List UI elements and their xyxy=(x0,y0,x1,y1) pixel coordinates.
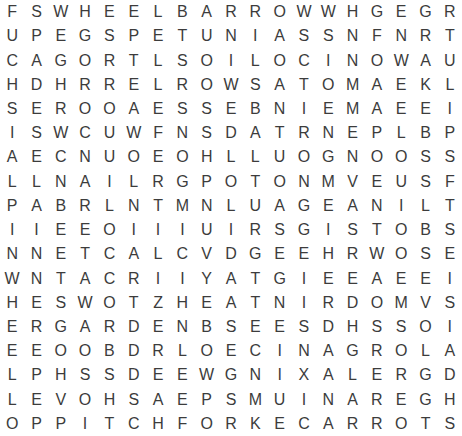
grid-cell[interactable]: I xyxy=(438,315,462,339)
grid-cell[interactable]: I xyxy=(292,291,316,315)
grid-cell[interactable]: T xyxy=(243,170,267,194)
grid-cell[interactable]: W xyxy=(195,363,219,387)
grid-cell[interactable]: R xyxy=(146,170,170,194)
grid-cell[interactable]: S xyxy=(97,363,121,387)
grid-cell[interactable]: U xyxy=(195,218,219,242)
grid-cell[interactable]: R xyxy=(146,339,170,363)
grid-cell[interactable]: I xyxy=(0,218,24,242)
grid-cell[interactable]: N xyxy=(73,145,97,169)
grid-cell[interactable]: S xyxy=(413,145,437,169)
grid-cell[interactable]: I xyxy=(97,170,121,194)
grid-cell[interactable]: T xyxy=(413,412,437,436)
grid-cell[interactable]: L xyxy=(24,170,48,194)
grid-cell[interactable]: T xyxy=(243,291,267,315)
grid-cell[interactable]: H xyxy=(170,291,194,315)
grid-cell[interactable]: T xyxy=(49,266,73,290)
grid-cell[interactable]: G xyxy=(413,0,437,24)
grid-cell[interactable]: K xyxy=(413,73,437,97)
grid-cell[interactable]: H xyxy=(0,73,24,97)
grid-cell[interactable]: N xyxy=(243,363,267,387)
grid-cell[interactable]: E xyxy=(292,242,316,266)
grid-cell[interactable]: P xyxy=(122,24,146,48)
grid-cell[interactable]: E xyxy=(49,218,73,242)
grid-cell[interactable]: G xyxy=(73,24,97,48)
grid-cell[interactable]: O xyxy=(267,48,291,72)
grid-cell[interactable]: S xyxy=(219,388,243,412)
grid-cell[interactable]: E xyxy=(146,315,170,339)
grid-cell[interactable]: G xyxy=(413,363,437,387)
grid-cell[interactable]: E xyxy=(146,97,170,121)
grid-cell[interactable]: V xyxy=(195,242,219,266)
grid-cell[interactable]: O xyxy=(413,315,437,339)
grid-cell[interactable]: A xyxy=(73,170,97,194)
grid-cell[interactable]: I xyxy=(243,24,267,48)
grid-cell[interactable]: O xyxy=(122,145,146,169)
grid-cell[interactable]: S xyxy=(170,97,194,121)
grid-cell[interactable]: R xyxy=(243,218,267,242)
grid-cell[interactable]: A xyxy=(316,363,340,387)
grid-cell[interactable]: E xyxy=(170,388,194,412)
grid-cell[interactable]: W xyxy=(122,121,146,145)
grid-cell[interactable]: D xyxy=(122,315,146,339)
grid-cell[interactable]: P xyxy=(365,121,389,145)
grid-cell[interactable]: A xyxy=(365,97,389,121)
grid-cell[interactable]: E xyxy=(0,339,24,363)
grid-cell[interactable]: M xyxy=(389,291,413,315)
grid-cell[interactable]: U xyxy=(97,145,121,169)
grid-cell[interactable]: M xyxy=(170,194,194,218)
grid-cell[interactable]: A xyxy=(24,48,48,72)
grid-cell[interactable]: P xyxy=(438,121,462,145)
grid-cell[interactable]: S xyxy=(0,97,24,121)
grid-cell[interactable]: A xyxy=(316,412,340,436)
grid-cell[interactable]: C xyxy=(97,266,121,290)
grid-cell[interactable]: R xyxy=(49,97,73,121)
grid-cell[interactable]: O xyxy=(195,73,219,97)
grid-cell[interactable]: T xyxy=(122,48,146,72)
grid-cell[interactable]: O xyxy=(219,170,243,194)
grid-cell[interactable]: I xyxy=(267,363,291,387)
grid-cell[interactable]: O xyxy=(97,291,121,315)
grid-cell[interactable]: G xyxy=(316,145,340,169)
grid-cell[interactable]: E xyxy=(316,194,340,218)
grid-cell[interactable]: O xyxy=(389,242,413,266)
grid-cell[interactable]: E xyxy=(340,121,364,145)
grid-cell[interactable]: N xyxy=(340,145,364,169)
grid-cell[interactable]: I xyxy=(438,266,462,290)
grid-cell[interactable]: E xyxy=(122,0,146,24)
grid-cell[interactable]: C xyxy=(292,48,316,72)
grid-cell[interactable]: B xyxy=(243,97,267,121)
grid-cell[interactable]: I xyxy=(219,48,243,72)
grid-cell[interactable]: S xyxy=(122,388,146,412)
grid-cell[interactable]: I xyxy=(316,48,340,72)
grid-cell[interactable]: L xyxy=(170,339,194,363)
grid-cell[interactable]: E xyxy=(122,73,146,97)
grid-cell[interactable]: G xyxy=(340,339,364,363)
grid-cell[interactable]: S xyxy=(195,97,219,121)
grid-cell[interactable]: I xyxy=(24,218,48,242)
grid-cell[interactable]: E xyxy=(97,0,121,24)
grid-cell[interactable]: B xyxy=(413,121,437,145)
grid-cell[interactable]: U xyxy=(267,145,291,169)
grid-cell[interactable]: S xyxy=(316,24,340,48)
grid-cell[interactable]: S xyxy=(413,242,437,266)
grid-cell[interactable]: S xyxy=(24,0,48,24)
grid-cell[interactable]: O xyxy=(195,48,219,72)
grid-cell[interactable]: A xyxy=(219,266,243,290)
grid-cell[interactable]: A xyxy=(365,266,389,290)
grid-cell[interactable]: E xyxy=(413,97,437,121)
grid-cell[interactable]: E xyxy=(146,145,170,169)
grid-cell[interactable]: D xyxy=(340,291,364,315)
grid-cell[interactable]: S xyxy=(438,412,462,436)
grid-cell[interactable]: D xyxy=(219,242,243,266)
grid-cell[interactable]: U xyxy=(0,24,24,48)
grid-cell[interactable]: P xyxy=(24,412,48,436)
grid-cell[interactable]: I xyxy=(146,218,170,242)
grid-cell[interactable]: S xyxy=(340,218,364,242)
grid-cell[interactable]: R xyxy=(219,412,243,436)
grid-cell[interactable]: A xyxy=(340,388,364,412)
grid-cell[interactable]: W xyxy=(49,0,73,24)
grid-cell[interactable]: B xyxy=(413,218,437,242)
grid-cell[interactable]: W xyxy=(389,48,413,72)
grid-cell[interactable]: N xyxy=(267,97,291,121)
grid-cell[interactable]: K xyxy=(243,412,267,436)
grid-cell[interactable]: D xyxy=(24,73,48,97)
grid-cell[interactable]: L xyxy=(219,145,243,169)
grid-cell[interactable]: H xyxy=(97,388,121,412)
grid-cell[interactable]: X xyxy=(292,363,316,387)
grid-cell[interactable]: E xyxy=(389,97,413,121)
grid-cell[interactable]: F xyxy=(365,24,389,48)
grid-cell[interactable]: E xyxy=(73,218,97,242)
grid-cell[interactable]: U xyxy=(389,170,413,194)
grid-cell[interactable]: W xyxy=(365,242,389,266)
grid-cell[interactable]: A xyxy=(243,121,267,145)
grid-cell[interactable]: A xyxy=(219,291,243,315)
grid-cell[interactable]: I xyxy=(316,218,340,242)
grid-cell[interactable]: C xyxy=(49,145,73,169)
grid-cell[interactable]: L xyxy=(438,73,462,97)
grid-cell[interactable]: D xyxy=(438,363,462,387)
grid-cell[interactable]: S xyxy=(243,73,267,97)
grid-cell[interactable]: N xyxy=(267,291,291,315)
grid-cell[interactable]: D xyxy=(122,339,146,363)
grid-cell[interactable]: E xyxy=(24,339,48,363)
grid-cell[interactable]: T xyxy=(438,194,462,218)
grid-cell[interactable]: E xyxy=(389,266,413,290)
grid-cell[interactable]: G xyxy=(292,218,316,242)
grid-cell[interactable]: P xyxy=(24,24,48,48)
grid-cell[interactable]: E xyxy=(389,388,413,412)
grid-cell[interactable]: N xyxy=(49,170,73,194)
grid-cell[interactable]: H xyxy=(0,291,24,315)
grid-cell[interactable]: O xyxy=(389,145,413,169)
grid-cell[interactable]: L xyxy=(413,339,437,363)
grid-cell[interactable]: C xyxy=(97,242,121,266)
grid-cell[interactable]: R xyxy=(97,73,121,97)
grid-cell[interactable]: P xyxy=(0,194,24,218)
grid-cell[interactable]: A xyxy=(413,48,437,72)
grid-cell[interactable]: R xyxy=(122,266,146,290)
grid-cell[interactable]: I xyxy=(292,266,316,290)
grid-cell[interactable]: I xyxy=(292,388,316,412)
grid-cell[interactable]: I xyxy=(170,266,194,290)
grid-cell[interactable]: H xyxy=(316,242,340,266)
grid-cell[interactable]: H xyxy=(146,412,170,436)
grid-cell[interactable]: T xyxy=(170,24,194,48)
grid-cell[interactable]: G xyxy=(49,315,73,339)
grid-cell[interactable]: M xyxy=(340,73,364,97)
grid-cell[interactable]: E xyxy=(24,388,48,412)
grid-cell[interactable]: A xyxy=(365,73,389,97)
grid-cell[interactable]: E xyxy=(170,363,194,387)
grid-cell[interactable]: L xyxy=(413,194,437,218)
grid-cell[interactable]: L xyxy=(146,0,170,24)
grid-cell[interactable]: S xyxy=(49,291,73,315)
grid-cell[interactable]: T xyxy=(146,194,170,218)
grid-cell[interactable]: R xyxy=(97,48,121,72)
grid-cell[interactable]: I xyxy=(146,266,170,290)
grid-cell[interactable]: L xyxy=(146,242,170,266)
grid-cell[interactable]: A xyxy=(24,194,48,218)
grid-cell[interactable]: A xyxy=(316,339,340,363)
grid-cell[interactable]: I xyxy=(267,339,291,363)
grid-cell[interactable]: E xyxy=(49,24,73,48)
grid-cell[interactable]: O xyxy=(73,97,97,121)
grid-cell[interactable]: E xyxy=(267,242,291,266)
grid-cell[interactable]: N xyxy=(340,48,364,72)
grid-cell[interactable]: A xyxy=(195,0,219,24)
grid-cell[interactable]: E xyxy=(146,24,170,48)
grid-cell[interactable]: S xyxy=(97,24,121,48)
grid-cell[interactable]: R xyxy=(365,388,389,412)
grid-cell[interactable]: E xyxy=(316,97,340,121)
grid-cell[interactable]: O xyxy=(195,339,219,363)
grid-cell[interactable]: L xyxy=(243,48,267,72)
grid-cell[interactable]: S xyxy=(438,291,462,315)
grid-cell[interactable]: R xyxy=(438,0,462,24)
grid-cell[interactable]: O xyxy=(73,339,97,363)
grid-cell[interactable]: I xyxy=(122,218,146,242)
grid-cell[interactable]: N xyxy=(195,194,219,218)
grid-cell[interactable]: H xyxy=(73,0,97,24)
grid-cell[interactable]: S xyxy=(438,218,462,242)
grid-cell[interactable]: N xyxy=(340,24,364,48)
grid-cell[interactable]: R xyxy=(316,291,340,315)
grid-cell[interactable]: O xyxy=(195,412,219,436)
grid-cell[interactable]: R xyxy=(292,121,316,145)
grid-cell[interactable]: E xyxy=(24,97,48,121)
grid-cell[interactable]: H xyxy=(49,363,73,387)
grid-cell[interactable]: S xyxy=(365,315,389,339)
grid-cell[interactable]: N xyxy=(292,339,316,363)
grid-cell[interactable]: O xyxy=(73,388,97,412)
grid-cell[interactable]: U xyxy=(438,48,462,72)
grid-cell[interactable]: O xyxy=(97,218,121,242)
grid-cell[interactable]: H xyxy=(340,315,364,339)
grid-cell[interactable]: E xyxy=(243,315,267,339)
grid-cell[interactable]: R xyxy=(389,363,413,387)
grid-cell[interactable]: D xyxy=(122,363,146,387)
grid-cell[interactable]: M xyxy=(243,388,267,412)
grid-cell[interactable]: O xyxy=(267,170,291,194)
grid-cell[interactable]: B xyxy=(97,339,121,363)
grid-cell[interactable]: A xyxy=(0,145,24,169)
grid-cell[interactable]: E xyxy=(438,242,462,266)
grid-cell[interactable]: F xyxy=(0,0,24,24)
grid-cell[interactable]: S xyxy=(73,363,97,387)
grid-cell[interactable]: P xyxy=(49,412,73,436)
grid-cell[interactable]: R xyxy=(73,73,97,97)
grid-cell[interactable]: A xyxy=(267,194,291,218)
grid-cell[interactable]: W xyxy=(292,0,316,24)
grid-cell[interactable]: L xyxy=(0,363,24,387)
grid-cell[interactable]: L xyxy=(146,73,170,97)
grid-cell[interactable]: C xyxy=(73,121,97,145)
grid-cell[interactable]: T xyxy=(438,24,462,48)
grid-cell[interactable]: L xyxy=(97,194,121,218)
grid-cell[interactable]: A xyxy=(438,339,462,363)
grid-cell[interactable]: D xyxy=(316,315,340,339)
grid-cell[interactable]: N xyxy=(24,242,48,266)
grid-cell[interactable]: L xyxy=(146,48,170,72)
grid-cell[interactable]: I xyxy=(219,218,243,242)
grid-cell[interactable]: R xyxy=(243,0,267,24)
grid-cell[interactable]: C xyxy=(0,48,24,72)
grid-cell[interactable]: E xyxy=(267,412,291,436)
grid-cell[interactable]: C xyxy=(292,412,316,436)
grid-cell[interactable]: E xyxy=(195,291,219,315)
grid-cell[interactable]: W xyxy=(73,291,97,315)
grid-cell[interactable]: H xyxy=(49,73,73,97)
grid-cell[interactable]: E xyxy=(389,73,413,97)
grid-cell[interactable]: L xyxy=(0,388,24,412)
grid-cell[interactable]: Z xyxy=(146,291,170,315)
grid-cell[interactable]: O xyxy=(316,73,340,97)
grid-cell[interactable]: S xyxy=(219,315,243,339)
grid-cell[interactable]: R xyxy=(413,24,437,48)
grid-cell[interactable]: P xyxy=(24,363,48,387)
grid-cell[interactable]: I xyxy=(292,97,316,121)
grid-cell[interactable]: A xyxy=(73,315,97,339)
grid-cell[interactable]: N xyxy=(389,24,413,48)
grid-cell[interactable]: A xyxy=(73,266,97,290)
grid-cell[interactable]: U xyxy=(195,24,219,48)
grid-cell[interactable]: G xyxy=(413,388,437,412)
grid-cell[interactable]: I xyxy=(389,194,413,218)
grid-cell[interactable]: E xyxy=(413,266,437,290)
grid-cell[interactable]: O xyxy=(365,48,389,72)
grid-cell[interactable]: R xyxy=(365,339,389,363)
grid-cell[interactable]: L xyxy=(243,145,267,169)
grid-cell[interactable]: N xyxy=(316,388,340,412)
grid-cell[interactable]: I xyxy=(170,218,194,242)
grid-cell[interactable]: T xyxy=(97,412,121,436)
grid-cell[interactable]: R xyxy=(340,242,364,266)
grid-cell[interactable]: M xyxy=(340,97,364,121)
grid-cell[interactable]: S xyxy=(413,170,437,194)
grid-cell[interactable]: W xyxy=(219,73,243,97)
grid-cell[interactable]: R xyxy=(24,315,48,339)
grid-cell[interactable]: E xyxy=(267,315,291,339)
grid-cell[interactable]: S xyxy=(438,145,462,169)
grid-cell[interactable]: A xyxy=(146,388,170,412)
grid-cell[interactable]: O xyxy=(267,0,291,24)
grid-cell[interactable]: N xyxy=(170,121,194,145)
grid-cell[interactable]: U xyxy=(267,388,291,412)
grid-cell[interactable]: T xyxy=(122,291,146,315)
grid-cell[interactable]: E xyxy=(24,145,48,169)
grid-cell[interactable]: R xyxy=(97,315,121,339)
grid-cell[interactable]: N xyxy=(0,242,24,266)
grid-cell[interactable]: T xyxy=(267,121,291,145)
grid-cell[interactable]: E xyxy=(316,266,340,290)
grid-cell[interactable]: O xyxy=(389,412,413,436)
grid-cell[interactable]: E xyxy=(219,97,243,121)
grid-cell[interactable]: E xyxy=(49,242,73,266)
grid-cell[interactable]: E xyxy=(146,363,170,387)
grid-cell[interactable]: S xyxy=(195,121,219,145)
grid-cell[interactable]: W xyxy=(0,266,24,290)
grid-cell[interactable]: R xyxy=(219,0,243,24)
grid-cell[interactable]: I xyxy=(73,412,97,436)
grid-cell[interactable]: C xyxy=(243,339,267,363)
grid-cell[interactable]: U xyxy=(243,194,267,218)
grid-cell[interactable]: B xyxy=(170,0,194,24)
grid-cell[interactable]: W xyxy=(316,0,340,24)
grid-cell[interactable]: N xyxy=(365,194,389,218)
grid-cell[interactable]: E xyxy=(340,266,364,290)
grid-cell[interactable]: C xyxy=(122,412,146,436)
grid-cell[interactable]: R xyxy=(170,73,194,97)
grid-cell[interactable]: N xyxy=(122,194,146,218)
grid-cell[interactable]: L xyxy=(340,363,364,387)
grid-cell[interactable]: F xyxy=(438,170,462,194)
grid-cell[interactable]: O xyxy=(97,97,121,121)
grid-cell[interactable]: H xyxy=(340,0,364,24)
grid-cell[interactable]: D xyxy=(219,121,243,145)
grid-cell[interactable]: M xyxy=(316,170,340,194)
grid-cell[interactable]: O xyxy=(49,339,73,363)
grid-cell[interactable]: B xyxy=(49,194,73,218)
grid-cell[interactable]: E xyxy=(219,339,243,363)
grid-cell[interactable]: V xyxy=(340,170,364,194)
grid-cell[interactable]: A xyxy=(267,73,291,97)
grid-cell[interactable]: S xyxy=(267,218,291,242)
grid-cell[interactable]: T xyxy=(365,218,389,242)
grid-cell[interactable]: S xyxy=(292,315,316,339)
grid-cell[interactable]: T xyxy=(243,266,267,290)
grid-cell[interactable]: W xyxy=(49,121,73,145)
grid-cell[interactable]: G xyxy=(267,266,291,290)
grid-cell[interactable]: P xyxy=(195,388,219,412)
grid-cell[interactable]: F xyxy=(170,412,194,436)
grid-cell[interactable]: O xyxy=(365,145,389,169)
grid-cell[interactable]: S xyxy=(170,48,194,72)
grid-cell[interactable]: O xyxy=(73,48,97,72)
grid-cell[interactable]: T xyxy=(292,73,316,97)
grid-cell[interactable]: R xyxy=(340,412,364,436)
grid-cell[interactable]: P xyxy=(195,170,219,194)
grid-cell[interactable]: U xyxy=(97,121,121,145)
grid-cell[interactable]: G xyxy=(292,194,316,218)
grid-cell[interactable]: L xyxy=(389,121,413,145)
grid-cell[interactable]: E xyxy=(0,315,24,339)
grid-cell[interactable]: G xyxy=(365,0,389,24)
